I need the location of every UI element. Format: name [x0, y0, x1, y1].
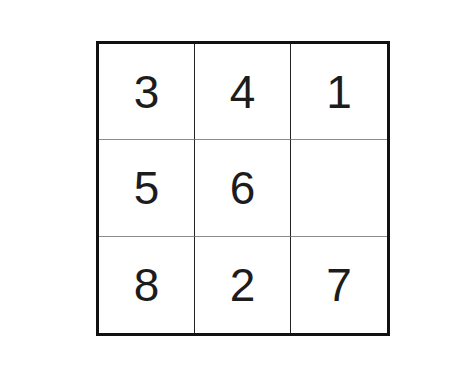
tile-r3c3[interactable]: 7: [291, 237, 387, 333]
tile-r3c2[interactable]: 2: [195, 237, 291, 333]
tile-r2c1[interactable]: 5: [99, 140, 195, 236]
tile-r1c1[interactable]: 3: [99, 44, 195, 140]
tile-r3c1[interactable]: 8: [99, 237, 195, 333]
empty-cell-r2c3[interactable]: [291, 140, 387, 236]
tile-r1c2[interactable]: 4: [195, 44, 291, 140]
tile-r2c2[interactable]: 6: [195, 140, 291, 236]
sliding-puzzle-board: 3 4 1 5 6 8 2 7: [96, 41, 390, 336]
tile-r1c3[interactable]: 1: [291, 44, 387, 140]
